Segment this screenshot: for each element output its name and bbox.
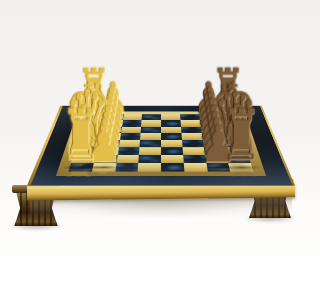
piece-reflection: ♟ (200, 167, 237, 174)
square (140, 133, 161, 140)
chess-board: ♜♜♟♟♟♟♜♜♞♞♟♟♟♟♞♞♝♝♟♟♟♟♝♝♚♚♟♟♟♟♚♚♛♛♟♟♟♟♛♛… (27, 106, 295, 186)
piece-reflection: ♜ (58, 167, 100, 177)
product-photo: ♜♜♟♟♟♟♜♜♞♞♟♟♟♟♞♞♝♝♟♟♟♟♝♝♚♚♟♟♟♟♚♚♛♛♟♟♟♟♛♛… (0, 0, 320, 291)
white-rook: ♜♜ (68, 163, 93, 172)
square (161, 133, 182, 140)
white-rook-icon: ♜ (61, 104, 100, 167)
black-rook-icon: ♜ (221, 104, 260, 167)
scene-3d: ♜♜♟♟♟♟♜♜♞♞♟♟♟♟♞♞♝♝♟♟♟♟♝♝♚♚♟♟♟♟♚♚♛♛♟♟♟♟♛♛… (0, 0, 320, 291)
